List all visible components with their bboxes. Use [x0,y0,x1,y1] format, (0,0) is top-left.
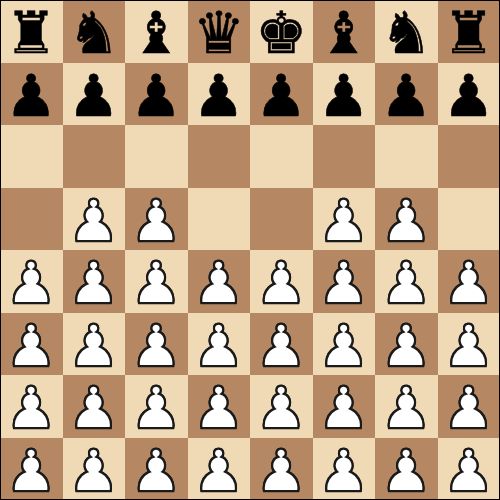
square-f7[interactable]: ♟ [313,63,376,126]
square-a7[interactable]: ♟ [0,63,63,126]
square-c3[interactable]: ♟ [125,313,188,376]
square-d2[interactable]: ♟ [188,375,251,438]
square-g4[interactable]: ♟ [375,250,438,313]
square-a3[interactable]: ♟ [0,313,63,376]
square-b7[interactable]: ♟ [63,63,126,126]
black-pawn[interactable]: ♟ [255,67,307,125]
chess-board: ♜♞♝♛♚♝♞♜♟♟♟♟♟♟♟♟♟♟♟♟♟♟♟♟♟♟♟♟♟♟♟♟♟♟♟♟♟♟♟♟… [0,0,500,500]
square-d3[interactable]: ♟ [188,313,251,376]
square-f5[interactable]: ♟ [313,188,376,251]
white-pawn[interactable]: ♟ [443,317,495,375]
square-a5[interactable] [0,188,63,251]
square-d1[interactable]: ♟ [188,438,251,500]
white-pawn[interactable]: ♟ [255,317,307,375]
square-a1[interactable]: ♟ [0,438,63,500]
chess-board-wrapper: ♜♞♝♛♚♝♞♜♟♟♟♟♟♟♟♟♟♟♟♟♟♟♟♟♟♟♟♟♟♟♟♟♟♟♟♟♟♟♟♟… [0,0,500,500]
white-pawn[interactable]: ♟ [68,192,120,250]
white-pawn[interactable]: ♟ [68,442,120,500]
square-h1[interactable]: ♟ [438,438,500,500]
square-f4[interactable]: ♟ [313,250,376,313]
square-b5[interactable]: ♟ [63,188,126,251]
square-c1[interactable]: ♟ [125,438,188,500]
square-c5[interactable]: ♟ [125,188,188,251]
square-g7[interactable]: ♟ [375,63,438,126]
white-pawn[interactable]: ♟ [193,379,245,437]
square-e7[interactable]: ♟ [250,63,313,126]
black-pawn[interactable]: ♟ [380,67,432,125]
black-pawn[interactable]: ♟ [5,67,57,125]
white-pawn[interactable]: ♟ [68,254,120,312]
square-a4[interactable]: ♟ [0,250,63,313]
square-e5[interactable] [250,188,313,251]
black-knight[interactable]: ♞ [68,4,120,62]
square-a8[interactable]: ♜ [0,0,63,63]
white-pawn[interactable]: ♟ [193,317,245,375]
square-g2[interactable]: ♟ [375,375,438,438]
white-pawn[interactable]: ♟ [130,192,182,250]
square-h8[interactable]: ♜ [438,0,500,63]
white-pawn[interactable]: ♟ [130,317,182,375]
square-f6[interactable] [313,125,376,188]
white-pawn[interactable]: ♟ [380,254,432,312]
black-king[interactable]: ♚ [255,4,307,62]
white-pawn[interactable]: ♟ [193,254,245,312]
square-b6[interactable] [63,125,126,188]
square-f1[interactable]: ♟ [313,438,376,500]
white-pawn[interactable]: ♟ [5,254,57,312]
white-pawn[interactable]: ♟ [318,254,370,312]
white-pawn[interactable]: ♟ [5,317,57,375]
square-f2[interactable]: ♟ [313,375,376,438]
black-rook[interactable]: ♜ [5,4,57,62]
square-a2[interactable]: ♟ [0,375,63,438]
black-pawn[interactable]: ♟ [130,67,182,125]
white-pawn[interactable]: ♟ [255,442,307,500]
square-d7[interactable]: ♟ [188,63,251,126]
square-g5[interactable]: ♟ [375,188,438,251]
square-h5[interactable] [438,188,500,251]
white-pawn[interactable]: ♟ [380,442,432,500]
white-pawn[interactable]: ♟ [380,317,432,375]
square-b3[interactable]: ♟ [63,313,126,376]
square-g8[interactable]: ♞ [375,0,438,63]
square-g3[interactable]: ♟ [375,313,438,376]
white-pawn[interactable]: ♟ [68,379,120,437]
square-f3[interactable]: ♟ [313,313,376,376]
white-pawn[interactable]: ♟ [380,192,432,250]
black-bishop[interactable]: ♝ [130,4,182,62]
black-pawn[interactable]: ♟ [68,67,120,125]
white-pawn[interactable]: ♟ [68,317,120,375]
square-d8[interactable]: ♛ [188,0,251,63]
square-e3[interactable]: ♟ [250,313,313,376]
white-pawn[interactable]: ♟ [130,254,182,312]
square-b8[interactable]: ♞ [63,0,126,63]
black-queen[interactable]: ♛ [193,4,245,62]
square-b4[interactable]: ♟ [63,250,126,313]
white-pawn[interactable]: ♟ [318,379,370,437]
black-knight[interactable]: ♞ [380,4,432,62]
square-e4[interactable]: ♟ [250,250,313,313]
black-rook[interactable]: ♜ [443,4,495,62]
square-b1[interactable]: ♟ [63,438,126,500]
square-e1[interactable]: ♟ [250,438,313,500]
square-h4[interactable]: ♟ [438,250,500,313]
square-d6[interactable] [188,125,251,188]
black-pawn[interactable]: ♟ [318,67,370,125]
square-e2[interactable]: ♟ [250,375,313,438]
white-pawn[interactable]: ♟ [130,442,182,500]
square-e6[interactable] [250,125,313,188]
square-d4[interactable]: ♟ [188,250,251,313]
square-c4[interactable]: ♟ [125,250,188,313]
white-pawn[interactable]: ♟ [443,442,495,500]
square-h2[interactable]: ♟ [438,375,500,438]
square-h7[interactable]: ♟ [438,63,500,126]
white-pawn[interactable]: ♟ [318,442,370,500]
black-bishop[interactable]: ♝ [318,4,370,62]
square-c2[interactable]: ♟ [125,375,188,438]
white-pawn[interactable]: ♟ [318,192,370,250]
square-b2[interactable]: ♟ [63,375,126,438]
white-pawn[interactable]: ♟ [5,379,57,437]
white-pawn[interactable]: ♟ [193,442,245,500]
square-h3[interactable]: ♟ [438,313,500,376]
white-pawn[interactable]: ♟ [443,379,495,437]
white-pawn[interactable]: ♟ [5,442,57,500]
square-g1[interactable]: ♟ [375,438,438,500]
square-c7[interactable]: ♟ [125,63,188,126]
square-f8[interactable]: ♝ [313,0,376,63]
square-d5[interactable] [188,188,251,251]
square-g6[interactable] [375,125,438,188]
square-c6[interactable] [125,125,188,188]
square-h6[interactable] [438,125,500,188]
square-e8[interactable]: ♚ [250,0,313,63]
white-pawn[interactable]: ♟ [380,379,432,437]
white-pawn[interactable]: ♟ [443,254,495,312]
white-pawn[interactable]: ♟ [255,379,307,437]
white-pawn[interactable]: ♟ [318,317,370,375]
white-pawn[interactable]: ♟ [130,379,182,437]
black-pawn[interactable]: ♟ [193,67,245,125]
white-pawn[interactable]: ♟ [255,254,307,312]
square-c8[interactable]: ♝ [125,0,188,63]
square-a6[interactable] [0,125,63,188]
black-pawn[interactable]: ♟ [443,67,495,125]
